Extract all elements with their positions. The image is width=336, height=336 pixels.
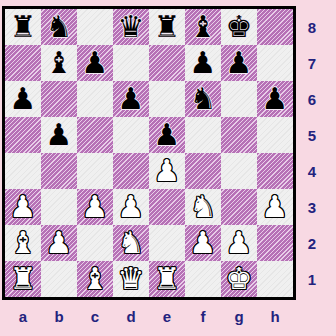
chess-board: ♜♞♛♜♝♚♝♟♟♟♟♟♞♟♟♟♟♟♟♟♞♟♝♟♞♟♟♜♝♛♜♚ xyxy=(5,9,293,297)
square-g8[interactable]: ♚ xyxy=(221,9,257,45)
white-rook-a1: ♜ xyxy=(10,261,37,297)
white-queen-d1: ♛ xyxy=(118,261,145,297)
square-d3[interactable]: ♟ xyxy=(113,189,149,225)
square-h4[interactable] xyxy=(257,153,293,189)
white-pawn-b2: ♟ xyxy=(46,225,73,261)
white-pawn-f2: ♟ xyxy=(190,225,217,261)
square-d7[interactable] xyxy=(113,45,149,81)
black-pawn-c7: ♟ xyxy=(82,45,109,81)
white-rook-e1: ♜ xyxy=(154,261,181,297)
file-label-f: f xyxy=(185,303,221,329)
file-label-g: g xyxy=(221,303,257,329)
square-f5[interactable] xyxy=(185,117,221,153)
rank-label-2: 2 xyxy=(300,225,324,261)
square-f3[interactable]: ♞ xyxy=(185,189,221,225)
square-c5[interactable] xyxy=(77,117,113,153)
square-d5[interactable] xyxy=(113,117,149,153)
white-knight-d2: ♞ xyxy=(118,225,145,261)
square-d4[interactable] xyxy=(113,153,149,189)
square-e2[interactable] xyxy=(149,225,185,261)
square-b8[interactable]: ♞ xyxy=(41,9,77,45)
square-e1[interactable]: ♜ xyxy=(149,261,185,297)
square-f7[interactable]: ♟ xyxy=(185,45,221,81)
black-pawn-b5: ♟ xyxy=(46,117,73,153)
square-d6[interactable]: ♟ xyxy=(113,81,149,117)
square-h1[interactable] xyxy=(257,261,293,297)
file-label-e: e xyxy=(149,303,185,329)
square-f4[interactable] xyxy=(185,153,221,189)
square-g6[interactable] xyxy=(221,81,257,117)
rank-label-1: 1 xyxy=(300,261,324,297)
file-label-d: d xyxy=(113,303,149,329)
file-label-a: a xyxy=(5,303,41,329)
square-c3[interactable]: ♟ xyxy=(77,189,113,225)
square-g5[interactable] xyxy=(221,117,257,153)
white-pawn-h3: ♟ xyxy=(262,189,289,225)
square-b2[interactable]: ♟ xyxy=(41,225,77,261)
square-h7[interactable] xyxy=(257,45,293,81)
square-b3[interactable] xyxy=(41,189,77,225)
square-a7[interactable] xyxy=(5,45,41,81)
square-f2[interactable]: ♟ xyxy=(185,225,221,261)
file-label-h: h xyxy=(257,303,293,329)
square-e5[interactable]: ♟ xyxy=(149,117,185,153)
square-f1[interactable] xyxy=(185,261,221,297)
square-g2[interactable]: ♟ xyxy=(221,225,257,261)
chess-diagram-page: { "game": { "name": "chess", "position":… xyxy=(0,0,336,336)
black-pawn-a6: ♟ xyxy=(10,81,37,117)
square-b1[interactable] xyxy=(41,261,77,297)
square-a4[interactable] xyxy=(5,153,41,189)
rank-label-3: 3 xyxy=(300,189,324,225)
black-pawn-f7: ♟ xyxy=(190,45,217,81)
chess-board-frame: ♜♞♛♜♝♚♝♟♟♟♟♟♞♟♟♟♟♟♟♟♞♟♝♟♞♟♟♜♝♛♜♚ xyxy=(2,6,296,300)
square-h2[interactable] xyxy=(257,225,293,261)
rank-label-5: 5 xyxy=(300,117,324,153)
square-g3[interactable] xyxy=(221,189,257,225)
file-label-b: b xyxy=(41,303,77,329)
black-pawn-h6: ♟ xyxy=(262,81,289,117)
square-h8[interactable] xyxy=(257,9,293,45)
white-bishop-c1: ♝ xyxy=(82,261,109,297)
square-g1[interactable]: ♚ xyxy=(221,261,257,297)
square-b7[interactable]: ♝ xyxy=(41,45,77,81)
square-c2[interactable] xyxy=(77,225,113,261)
square-e7[interactable] xyxy=(149,45,185,81)
black-queen-d8: ♛ xyxy=(118,9,145,45)
black-king-g8: ♚ xyxy=(226,9,253,45)
white-king-g1: ♚ xyxy=(226,261,253,297)
black-rook-a8: ♜ xyxy=(10,9,37,45)
square-b6[interactable] xyxy=(41,81,77,117)
square-h6[interactable]: ♟ xyxy=(257,81,293,117)
rank-label-6: 6 xyxy=(300,81,324,117)
square-d1[interactable]: ♛ xyxy=(113,261,149,297)
file-label-c: c xyxy=(77,303,113,329)
square-a2[interactable]: ♝ xyxy=(5,225,41,261)
black-knight-f6: ♞ xyxy=(190,81,217,117)
black-pawn-d6: ♟ xyxy=(118,81,145,117)
black-knight-b8: ♞ xyxy=(46,9,73,45)
white-pawn-d3: ♟ xyxy=(118,189,145,225)
square-a6[interactable]: ♟ xyxy=(5,81,41,117)
square-h3[interactable]: ♟ xyxy=(257,189,293,225)
white-pawn-g2: ♟ xyxy=(226,225,253,261)
square-a5[interactable] xyxy=(5,117,41,153)
black-bishop-f8: ♝ xyxy=(190,9,217,45)
black-pawn-g7: ♟ xyxy=(226,45,253,81)
black-bishop-b7: ♝ xyxy=(46,45,73,81)
square-c8[interactable] xyxy=(77,9,113,45)
black-rook-e8: ♜ xyxy=(154,9,181,45)
square-b4[interactable] xyxy=(41,153,77,189)
rank-label-8: 8 xyxy=(300,9,324,45)
square-a8[interactable]: ♜ xyxy=(5,9,41,45)
white-pawn-c3: ♟ xyxy=(82,189,109,225)
rank-label-7: 7 xyxy=(300,45,324,81)
rank-label-4: 4 xyxy=(300,153,324,189)
square-a1[interactable]: ♜ xyxy=(5,261,41,297)
white-bishop-a2: ♝ xyxy=(10,225,37,261)
square-c4[interactable] xyxy=(77,153,113,189)
square-e6[interactable] xyxy=(149,81,185,117)
square-b5[interactable]: ♟ xyxy=(41,117,77,153)
square-g7[interactable]: ♟ xyxy=(221,45,257,81)
square-e8[interactable]: ♜ xyxy=(149,9,185,45)
square-f8[interactable]: ♝ xyxy=(185,9,221,45)
square-c6[interactable] xyxy=(77,81,113,117)
square-e3[interactable] xyxy=(149,189,185,225)
square-d2[interactable]: ♞ xyxy=(113,225,149,261)
square-f6[interactable]: ♞ xyxy=(185,81,221,117)
square-g4[interactable] xyxy=(221,153,257,189)
white-pawn-a3: ♟ xyxy=(10,189,37,225)
square-e4[interactable]: ♟ xyxy=(149,153,185,189)
square-a3[interactable]: ♟ xyxy=(5,189,41,225)
black-pawn-e5: ♟ xyxy=(154,117,181,153)
square-c1[interactable]: ♝ xyxy=(77,261,113,297)
white-knight-f3: ♞ xyxy=(190,189,217,225)
white-pawn-e4: ♟ xyxy=(154,153,181,189)
square-d8[interactable]: ♛ xyxy=(113,9,149,45)
square-c7[interactable]: ♟ xyxy=(77,45,113,81)
square-h5[interactable] xyxy=(257,117,293,153)
